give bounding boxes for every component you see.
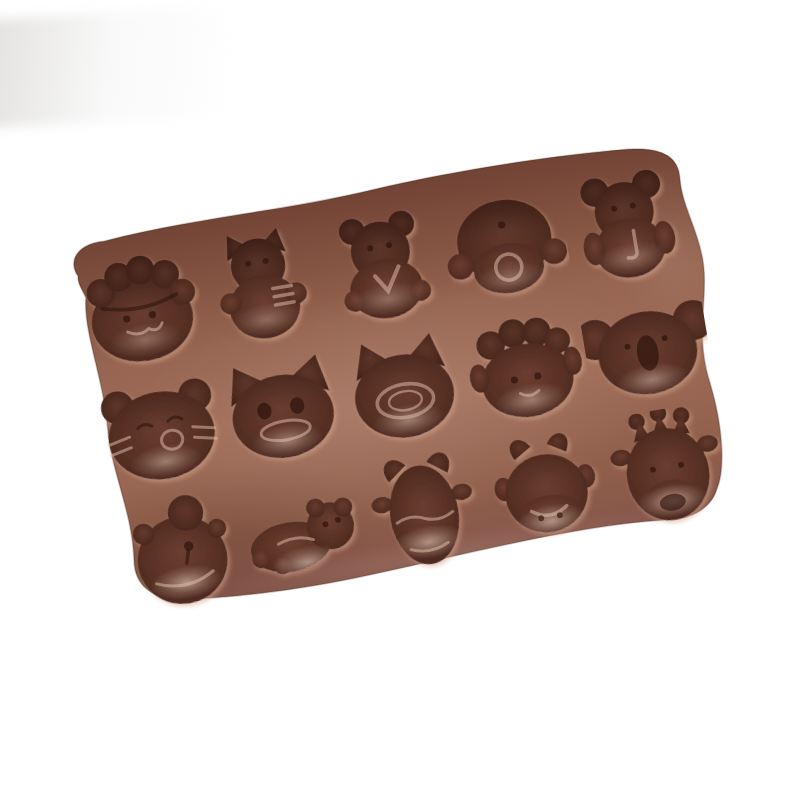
mold-cavity-lion <box>70 239 212 381</box>
mold-cavity-bear <box>313 198 455 340</box>
mold-cavity-giraffe <box>597 400 739 542</box>
mold-cavity-sheep <box>455 299 597 441</box>
mold-cavity-pig <box>333 319 475 461</box>
mold-cavity-tiger <box>191 218 333 360</box>
background-shading-top-left <box>0 7 233 129</box>
mold-cavity-penguin <box>110 482 252 624</box>
mold-cavity-teddy <box>556 157 698 299</box>
mold-cavity-calf <box>475 421 617 563</box>
mold-cavity-koala <box>576 279 718 421</box>
mold-cavity-lyingbear <box>232 461 374 603</box>
mold-cavity-bearface <box>90 360 232 502</box>
mold-cavity-cow <box>353 441 495 583</box>
mold-cavity-monkey <box>434 178 576 320</box>
product-photo <box>0 0 800 800</box>
chocolate-mold <box>42 130 758 626</box>
mold-cavity-catface <box>212 340 354 482</box>
